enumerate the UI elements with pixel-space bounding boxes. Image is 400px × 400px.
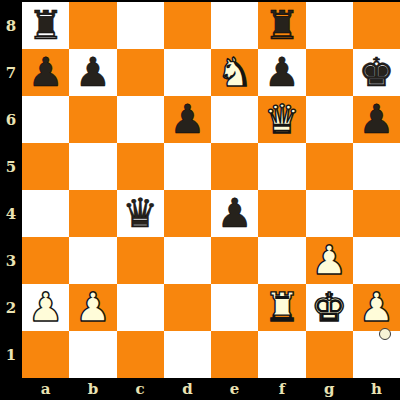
square-b3[interactable] [69,237,116,284]
white-pawn-icon[interactable]: ♟ [358,287,394,327]
black-king-icon[interactable]: ♚ [358,52,394,92]
file-labels: abcdefgh [22,378,400,400]
square-e2[interactable] [211,284,258,331]
square-d2[interactable] [164,284,211,331]
square-f6[interactable]: ♛ [258,96,305,143]
square-e6[interactable] [211,96,258,143]
square-f5[interactable] [258,143,305,190]
white-queen-icon[interactable]: ♛ [264,99,300,139]
square-a1[interactable] [22,331,69,378]
square-e1[interactable] [211,331,258,378]
square-b1[interactable] [69,331,116,378]
square-e3[interactable] [211,237,258,284]
rank-labels: 87654321 [0,2,22,378]
square-a2[interactable]: ♟ [22,284,69,331]
rank-label-7: 7 [0,49,22,96]
square-f1[interactable] [258,331,305,378]
file-label-a: a [22,378,69,400]
square-c8[interactable] [117,2,164,49]
rank-label-3: 3 [0,237,22,284]
square-h7[interactable]: ♚ [353,49,400,96]
square-c7[interactable] [117,49,164,96]
square-a7[interactable]: ♟ [22,49,69,96]
white-to-move-indicator [379,328,391,340]
square-a3[interactable] [22,237,69,284]
square-g6[interactable] [306,96,353,143]
square-g4[interactable] [306,190,353,237]
square-a6[interactable] [22,96,69,143]
square-g1[interactable] [306,331,353,378]
black-pawn-icon[interactable]: ♟ [217,193,253,233]
white-rook-icon[interactable]: ♜ [264,287,300,327]
square-d4[interactable] [164,190,211,237]
file-label-b: b [69,378,116,400]
black-rook-icon[interactable]: ♜ [264,5,300,45]
square-h4[interactable] [353,190,400,237]
square-h6[interactable]: ♟ [353,96,400,143]
square-e4[interactable]: ♟ [211,190,258,237]
square-c3[interactable] [117,237,164,284]
white-king-icon[interactable]: ♚ [311,287,347,327]
square-f3[interactable] [258,237,305,284]
square-c4[interactable]: ♛ [117,190,164,237]
chess-board: ♜♜♟♟♞♟♚♟♛♟♛♟♟♟♟♜♚♟ [22,2,400,378]
square-a8[interactable]: ♜ [22,2,69,49]
white-knight-icon[interactable]: ♞ [217,52,253,92]
square-g8[interactable] [306,2,353,49]
rank-label-6: 6 [0,96,22,143]
square-f2[interactable]: ♜ [258,284,305,331]
black-rook-icon[interactable]: ♜ [28,5,64,45]
square-f7[interactable]: ♟ [258,49,305,96]
square-d5[interactable] [164,143,211,190]
file-label-g: g [306,378,353,400]
file-label-f: f [258,378,305,400]
file-label-d: d [164,378,211,400]
square-h5[interactable] [353,143,400,190]
black-pawn-icon[interactable]: ♟ [28,52,64,92]
square-b4[interactable] [69,190,116,237]
square-d3[interactable] [164,237,211,284]
square-d7[interactable] [164,49,211,96]
square-a4[interactable] [22,190,69,237]
square-a5[interactable] [22,143,69,190]
square-e5[interactable] [211,143,258,190]
white-pawn-icon[interactable]: ♟ [28,287,64,327]
square-f4[interactable] [258,190,305,237]
file-label-h: h [353,378,400,400]
file-label-e: e [211,378,258,400]
square-c1[interactable] [117,331,164,378]
white-pawn-icon[interactable]: ♟ [311,240,347,280]
square-b6[interactable] [69,96,116,143]
square-g5[interactable] [306,143,353,190]
black-pawn-icon[interactable]: ♟ [264,52,300,92]
square-f8[interactable]: ♜ [258,2,305,49]
square-g7[interactable] [306,49,353,96]
square-h3[interactable] [353,237,400,284]
square-d8[interactable] [164,2,211,49]
rank-label-4: 4 [0,190,22,237]
square-c2[interactable] [117,284,164,331]
black-pawn-icon[interactable]: ♟ [358,99,394,139]
square-b5[interactable] [69,143,116,190]
square-b2[interactable]: ♟ [69,284,116,331]
rank-label-8: 8 [0,2,22,49]
rank-label-5: 5 [0,143,22,190]
black-queen-icon[interactable]: ♛ [122,193,158,233]
square-c5[interactable] [117,143,164,190]
black-pawn-icon[interactable]: ♟ [169,99,205,139]
rank-label-1: 1 [0,331,22,378]
square-b8[interactable] [69,2,116,49]
square-h1[interactable] [353,331,400,378]
square-c6[interactable] [117,96,164,143]
chess-board-frame: 87654321 ♜♜♟♟♞♟♚♟♛♟♛♟♟♟♟♜♚♟ abcdefgh [0,0,400,400]
square-g3[interactable]: ♟ [306,237,353,284]
square-g2[interactable]: ♚ [306,284,353,331]
square-b7[interactable]: ♟ [69,49,116,96]
square-d6[interactable]: ♟ [164,96,211,143]
square-e7[interactable]: ♞ [211,49,258,96]
square-h8[interactable] [353,2,400,49]
rank-label-2: 2 [0,284,22,331]
square-e8[interactable] [211,2,258,49]
white-pawn-icon[interactable]: ♟ [75,287,111,327]
black-pawn-icon[interactable]: ♟ [75,52,111,92]
square-d1[interactable] [164,331,211,378]
square-h2[interactable]: ♟ [353,284,400,331]
file-label-c: c [117,378,164,400]
